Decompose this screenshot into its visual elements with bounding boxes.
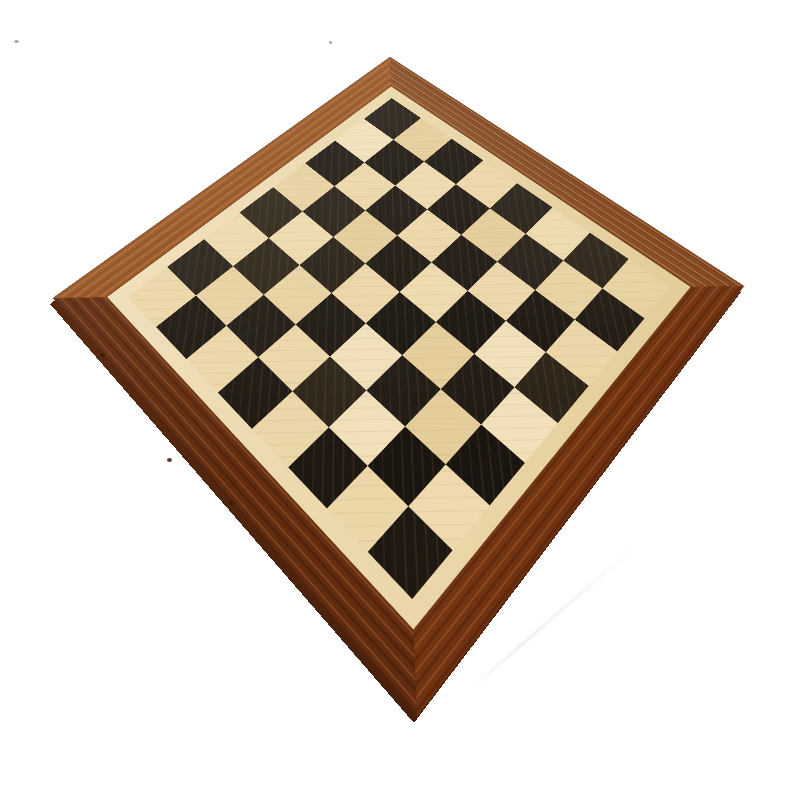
chess-board xyxy=(53,57,744,717)
board-squares-grid xyxy=(128,98,671,599)
frame-edge-chip xyxy=(229,501,233,505)
board-photo-canvas xyxy=(0,0,800,799)
frame-edge-chip xyxy=(100,353,105,357)
dust-speck xyxy=(329,41,332,44)
frame-edge-chip xyxy=(167,458,172,462)
dust-speck xyxy=(14,40,19,43)
